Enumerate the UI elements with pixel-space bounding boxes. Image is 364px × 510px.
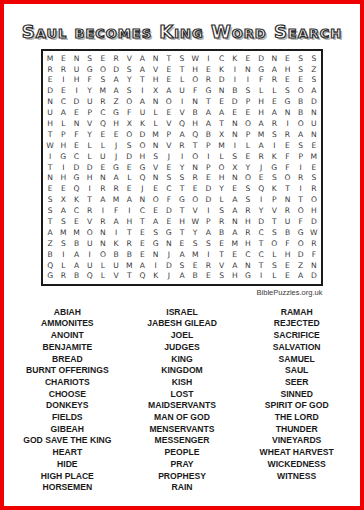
grid-cell: Y	[215, 184, 228, 195]
grid-cell: T	[175, 205, 188, 216]
grid-cell: I	[241, 75, 254, 86]
grid-cell: T	[44, 162, 57, 173]
word-list-item: PEOPLE	[125, 447, 240, 459]
word-list-item: BURNT OFFERINGS	[10, 365, 125, 377]
grid-cell: O	[307, 195, 320, 206]
grid-cell: Q	[189, 129, 202, 140]
grid-cell: P	[202, 162, 215, 173]
grid-cell: W	[189, 216, 202, 227]
grid-cell: O	[189, 151, 202, 162]
grid-cell: S	[44, 205, 57, 216]
grid-cell: D	[136, 129, 149, 140]
grid-cell: B	[70, 238, 83, 249]
word-list-item: SACRIFICE	[239, 330, 354, 342]
grid-cell: D	[294, 249, 307, 260]
grid-cell: B	[189, 107, 202, 118]
grid-cell: I	[268, 140, 281, 151]
grid-cell: A	[109, 173, 122, 184]
grid-cell: O	[294, 118, 307, 129]
grid-cell: Y	[189, 227, 202, 238]
grid-cell: L	[149, 118, 162, 129]
grid-cell: E	[96, 53, 109, 64]
grid-cell: F	[281, 238, 294, 249]
grid-cell: A	[228, 227, 241, 238]
grid-cell: M	[215, 140, 228, 151]
grid-cell: P	[202, 216, 215, 227]
grid-cell: V	[149, 162, 162, 173]
grid-cell: S	[294, 140, 307, 151]
grid-cell: E	[189, 184, 202, 195]
word-list-item: ANOINT	[10, 330, 125, 342]
grid-cell: G	[281, 97, 294, 108]
grid-cell: H	[241, 238, 254, 249]
grid-cell: R	[44, 64, 57, 75]
grid-cell: A	[136, 64, 149, 75]
grid-cell: I	[228, 75, 241, 86]
word-list-item: CHOOSE	[10, 389, 125, 401]
grid-cell: G	[109, 107, 122, 118]
grid-cell: O	[241, 173, 254, 184]
word-list-item: MENSERVANTS	[125, 424, 240, 436]
grid-cell: S	[228, 151, 241, 162]
grid-cell: J	[162, 271, 175, 282]
word-list-item: KING	[125, 354, 240, 366]
grid-cell: Q	[44, 260, 57, 271]
grid-cell: H	[70, 75, 83, 86]
grid-cell: P	[57, 129, 70, 140]
grid-cell: A	[123, 195, 136, 206]
grid-cell: P	[162, 129, 175, 140]
grid-cell: A	[70, 249, 83, 260]
grid-cell: E	[228, 107, 241, 118]
grid-cell: U	[83, 238, 96, 249]
grid-cell: L	[57, 118, 70, 129]
grid-cell: S	[96, 75, 109, 86]
grid-cell: I	[228, 64, 241, 75]
word-column-1: ABIAHAMMONITESANOINTBENJAMITEBREADBURNT …	[10, 307, 125, 494]
grid-cell: T	[175, 184, 188, 195]
word-list-item: SALVATION	[239, 342, 354, 354]
grid-cell: S	[57, 216, 70, 227]
grid-cell: E	[96, 129, 109, 140]
grid-cell: D	[307, 216, 320, 227]
grid-cell: S	[44, 195, 57, 206]
grid-cell: T	[136, 216, 149, 227]
grid-cell: U	[136, 107, 149, 118]
grid-cell: H	[281, 64, 294, 75]
word-search-grid: MENSERVANTSWICKEDNESSRRUGODSAVETHEKINGAH…	[41, 49, 324, 286]
grid-cell: H	[241, 216, 254, 227]
grid-cell: R	[215, 216, 228, 227]
grid-cell: Q	[96, 118, 109, 129]
grid-cell: N	[228, 216, 241, 227]
grid-cell: L	[96, 260, 109, 271]
grid-cell: B	[215, 227, 228, 238]
word-list-item: AMMONITES	[10, 318, 125, 330]
grid-cell: T	[136, 75, 149, 86]
word-list-item: SAUL	[239, 365, 354, 377]
word-list-item: KINGDOM	[125, 365, 240, 377]
grid-cell: A	[57, 205, 70, 216]
grid-cell: K	[268, 184, 281, 195]
grid-cell: Z	[294, 260, 307, 271]
word-list-item: RAIN	[125, 482, 240, 494]
grid-cell: S	[307, 173, 320, 184]
grid-cell: C	[162, 184, 175, 195]
grid-cell: Z	[109, 97, 122, 108]
grid-cell: O	[149, 195, 162, 206]
grid-cell: T	[268, 216, 281, 227]
grid-cell: X	[215, 129, 228, 140]
grid-cell: E	[307, 140, 320, 151]
grid-cell: H	[149, 75, 162, 86]
word-list-item: SAMUEL	[239, 354, 354, 366]
grid-cell: A	[175, 271, 188, 282]
grid-cell: H	[255, 107, 268, 118]
grid-cell: D	[109, 64, 122, 75]
word-list-item: JABESH GILEAD	[125, 318, 240, 330]
grid-cell: N	[149, 173, 162, 184]
grid-cell: I	[202, 205, 215, 216]
grid-cell: L	[149, 107, 162, 118]
grid-cell: C	[136, 205, 149, 216]
grid-cell: R	[202, 260, 215, 271]
grid-cell: E	[57, 184, 70, 195]
grid-cell: Y	[175, 162, 188, 173]
grid-cell: D	[228, 97, 241, 108]
grid-cell: E	[228, 184, 241, 195]
grid-cell: F	[109, 205, 122, 216]
grid-cell: I	[149, 260, 162, 271]
grid-cell: S	[175, 53, 188, 64]
grid-cell: F	[70, 129, 83, 140]
grid-cell: T	[123, 227, 136, 238]
grid-cell: K	[136, 118, 149, 129]
grid-cell: E	[149, 205, 162, 216]
grid-cell: H	[215, 173, 228, 184]
grid-cell: E	[136, 227, 149, 238]
grid-cell: A	[294, 129, 307, 140]
grid-cell: B	[294, 107, 307, 118]
grid-cell: N	[241, 64, 254, 75]
grid-cell: A	[228, 260, 241, 271]
source-credit: BiblePuzzles.org.uk	[41, 288, 324, 297]
grid-cell: A	[215, 107, 228, 118]
grid-cell: R	[281, 129, 294, 140]
word-list-item: MAIDSERVANTS	[125, 400, 240, 412]
word-column-2: ISRAELJABESH GILEADJOELJUDGESKINGKINGDOM…	[125, 307, 240, 494]
grid-cell: E	[281, 140, 294, 151]
grid-cell: F	[83, 75, 96, 86]
grid-cell: N	[307, 107, 320, 118]
word-list-item: JOEL	[125, 330, 240, 342]
grid-cell: B	[189, 271, 202, 282]
grid-cell: K	[70, 195, 83, 206]
grid-cell: R	[189, 173, 202, 184]
grid-cell: H	[57, 173, 70, 184]
grid-cell: V	[268, 205, 281, 216]
grid-cell: L	[215, 151, 228, 162]
grid-cell: N	[189, 97, 202, 108]
grid-cell: O	[294, 238, 307, 249]
grid-cell: D	[162, 260, 175, 271]
grid-cell: L	[241, 140, 254, 151]
grid-cell: U	[70, 64, 83, 75]
word-list-item: RAMAH	[239, 307, 354, 319]
grid-cell: H	[44, 118, 57, 129]
word-list-item: BENJAMITE	[10, 342, 125, 354]
grid-cell: E	[123, 184, 136, 195]
grid-cell: L	[57, 260, 70, 271]
grid-cell: E	[241, 151, 254, 162]
grid-cell: F	[281, 162, 294, 173]
word-list-item: GIBEAH	[10, 424, 125, 436]
grid-cell: Q	[136, 173, 149, 184]
word-list-item: HORSEMEN	[10, 482, 125, 494]
grid-cell: N	[307, 260, 320, 271]
grid-cell: F	[307, 249, 320, 260]
grid-cell: L	[96, 271, 109, 282]
grid-cell: E	[241, 53, 254, 64]
grid-cell: U	[281, 216, 294, 227]
grid-cell: E	[241, 107, 254, 118]
grid-cell: S	[281, 86, 294, 97]
grid-cell: G	[149, 238, 162, 249]
grid-cell: A	[268, 107, 281, 118]
grid-cell: P	[268, 195, 281, 206]
grid-cell: I	[83, 184, 96, 195]
grid-cell: R	[241, 205, 254, 216]
grid-cell: H	[57, 140, 70, 151]
grid-cell: N	[307, 129, 320, 140]
grid-cell: Z	[44, 238, 57, 249]
grid-cell: P	[83, 107, 96, 118]
grid-cell: L	[96, 140, 109, 151]
grid-cell: T	[255, 238, 268, 249]
grid-cell: O	[294, 86, 307, 97]
grid-cell: H	[83, 173, 96, 184]
grid-cell: E	[162, 64, 175, 75]
grid-wrapper: MENSERVANTSWICKEDNESSRRUGODSAVETHEKINGAH…	[41, 49, 324, 297]
grid-cell: W	[189, 53, 202, 64]
grid-cell: S	[202, 238, 215, 249]
grid-cell: E	[57, 53, 70, 64]
grid-cell: G	[255, 64, 268, 75]
grid-cell: V	[83, 118, 96, 129]
grid-cell: I	[109, 227, 122, 238]
grid-cell: G	[175, 195, 188, 206]
grid-cell: T	[162, 53, 175, 64]
puzzle-page: Saul becomes King Word Search MENSERVANT…	[0, 0, 364, 510]
grid-cell: C	[70, 151, 83, 162]
grid-cell: Q	[255, 184, 268, 195]
grid-cell: E	[294, 75, 307, 86]
grid-cell: N	[228, 129, 241, 140]
grid-cell: T	[294, 195, 307, 206]
grid-cell: N	[149, 53, 162, 64]
grid-cell: S	[307, 53, 320, 64]
grid-cell: A	[96, 195, 109, 206]
grid-cell: S	[241, 184, 254, 195]
grid-cell: C	[255, 227, 268, 238]
word-list-item: WICKEDNESS	[239, 459, 354, 471]
grid-cell: I	[294, 184, 307, 195]
grid-cell: C	[96, 107, 109, 118]
grid-cell: Y	[241, 162, 254, 173]
grid-cell: I	[255, 271, 268, 282]
grid-cell: G	[57, 151, 70, 162]
grid-cell: G	[294, 227, 307, 238]
grid-cell: R	[294, 173, 307, 184]
grid-cell: R	[109, 184, 122, 195]
grid-cell: E	[268, 97, 281, 108]
grid-cell: E	[281, 271, 294, 282]
word-list-item: GOD SAVE THE KING	[10, 435, 125, 447]
grid-cell: Q	[70, 184, 83, 195]
grid-cell: S	[83, 53, 96, 64]
page-title: Saul becomes King Word Search	[4, 21, 360, 42]
grid-cell: B	[109, 249, 122, 260]
grid-cell: I	[202, 53, 215, 64]
word-list-item: FIELDS	[10, 412, 125, 424]
grid-cell: A	[136, 53, 149, 64]
grid-cell: B	[281, 227, 294, 238]
word-list-item: SINNED	[239, 389, 354, 401]
grid-cell: C	[215, 53, 228, 64]
grid-cell: H	[109, 118, 122, 129]
grid-cell: P	[294, 151, 307, 162]
grid-cell: J	[162, 249, 175, 260]
grid-cell: I	[57, 162, 70, 173]
grid-cell: R	[96, 97, 109, 108]
grid-cell: M	[255, 129, 268, 140]
word-list-item: PRAY	[125, 459, 240, 471]
grid-cell: Q	[136, 271, 149, 282]
word-list-item: HEART	[10, 447, 125, 459]
grid-cell: O	[215, 162, 228, 173]
grid-cell: R	[255, 151, 268, 162]
grid-cell: R	[175, 140, 188, 151]
grid-cell: S	[268, 227, 281, 238]
grid-cell: I	[123, 205, 136, 216]
grid-cell: F	[189, 86, 202, 97]
word-list-item: REJECTED	[239, 318, 354, 330]
grid-cell: N	[96, 238, 109, 249]
word-column-3: RAMAHREJECTEDSACRIFICESALVATIONSAMUELSAU…	[239, 307, 354, 494]
grid-cell: S	[149, 227, 162, 238]
grid-cell: V	[149, 64, 162, 75]
grid-cell: E	[149, 184, 162, 195]
grid-cell: S	[215, 205, 228, 216]
grid-cell: R	[307, 184, 320, 195]
grid-cell: S	[268, 173, 281, 184]
word-list-item: ISRAEL	[125, 307, 240, 319]
grid-cell: H	[136, 151, 149, 162]
grid-cell: J	[255, 162, 268, 173]
grid-cell: O	[96, 249, 109, 260]
grid-cell: R	[96, 184, 109, 195]
grid-cell: D	[123, 151, 136, 162]
grid-cell: O	[162, 97, 175, 108]
grid-cell: O	[83, 227, 96, 238]
grid-cell: M	[307, 151, 320, 162]
grid-cell: N	[268, 53, 281, 64]
grid-cell: J	[136, 184, 149, 195]
grid-cell: D	[215, 75, 228, 86]
grid-cell: T	[215, 118, 228, 129]
grid-cell: M	[228, 238, 241, 249]
grid-cell: O	[96, 64, 109, 75]
grid-cell: S	[215, 271, 228, 282]
grid-cell: E	[307, 162, 320, 173]
grid-cell: R	[202, 75, 215, 86]
grid-cell: I	[175, 151, 188, 162]
grid-cell: A	[228, 205, 241, 216]
grid-cell: A	[109, 216, 122, 227]
grid-cell: A	[294, 271, 307, 282]
grid-cell: E	[281, 53, 294, 64]
grid-cell: Y	[123, 75, 136, 86]
grid-cell: P	[202, 140, 215, 151]
grid-cell: I	[44, 151, 57, 162]
grid-cell: R	[268, 118, 281, 129]
grid-cell: T	[123, 271, 136, 282]
grid-cell: E	[162, 75, 175, 86]
grid-cell: E	[202, 64, 215, 75]
word-list-item: ABIAH	[10, 307, 125, 319]
grid-cell: M	[149, 129, 162, 140]
grid-cell: T	[215, 249, 228, 260]
grid-cell: A	[136, 260, 149, 271]
grid-cell: H	[175, 216, 188, 227]
grid-cell: T	[281, 184, 294, 195]
grid-cell: S	[149, 151, 162, 162]
grid-cell: N	[241, 260, 254, 271]
grid-cell: H	[189, 118, 202, 129]
grid-cell: I	[228, 140, 241, 151]
grid-cell: T	[175, 64, 188, 75]
grid-cell: H	[281, 249, 294, 260]
grid-cell: A	[228, 195, 241, 206]
grid-cell: I	[83, 249, 96, 260]
grid-cell: Y	[83, 86, 96, 97]
grid-cell: W	[44, 140, 57, 151]
grid-cell: L	[83, 151, 96, 162]
grid-cell: A	[202, 118, 215, 129]
grid-cell: R	[109, 53, 122, 64]
word-list-item: LOST	[125, 389, 240, 401]
grid-cell: S	[189, 238, 202, 249]
grid-cell: O	[189, 195, 202, 206]
grid-cell: V	[162, 118, 175, 129]
grid-cell: B	[294, 97, 307, 108]
word-list-item: WITNESS	[239, 471, 354, 483]
grid-cell: F	[294, 216, 307, 227]
grid-cell: N	[281, 107, 294, 118]
grid-cell: E	[189, 260, 202, 271]
grid-cell: H	[255, 97, 268, 108]
grid-cell: M	[189, 249, 202, 260]
grid-cell: N	[70, 53, 83, 64]
grid-cell: A	[136, 97, 149, 108]
grid-cell: L	[268, 271, 281, 282]
grid-cell: N	[136, 195, 149, 206]
grid-cell: I	[255, 195, 268, 206]
grid-cell: B	[202, 129, 215, 140]
grid-cell: C	[255, 249, 268, 260]
grid-cell: B	[123, 249, 136, 260]
grid-cell: T	[83, 195, 96, 206]
